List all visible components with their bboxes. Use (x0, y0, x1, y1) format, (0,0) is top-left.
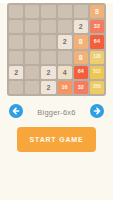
empty-cell-r3c2 (25, 35, 39, 48)
tile-8: 8 (74, 35, 88, 48)
empty-cell-r4c1 (9, 51, 23, 64)
empty-cell-r3c3 (41, 35, 55, 48)
next-mode-button[interactable] (90, 105, 104, 119)
tile-4: 4 (58, 66, 72, 79)
empty-cell-r5c2 (25, 66, 39, 79)
empty-cell-r1c2 (25, 5, 39, 18)
empty-cell-r2c1 (9, 20, 23, 33)
empty-cell-r2c4 (58, 20, 72, 33)
tile-2: 2 (9, 66, 23, 79)
mode-selector: Bigger-6x6 (0, 104, 113, 120)
tile-32: 32 (90, 20, 104, 33)
prev-mode-button[interactable] (9, 105, 23, 119)
empty-cell-r3c1 (9, 35, 23, 48)
empty-cell-r6c2 (25, 81, 39, 94)
empty-cell-r6c1 (9, 81, 23, 94)
arrow-left-circle-icon (9, 104, 23, 121)
arrow-right-circle-icon (90, 104, 104, 121)
empty-cell-r4c3 (41, 51, 55, 64)
mode-title: Bigger-6x6 (37, 108, 75, 117)
tile-8: 8 (90, 5, 104, 18)
tile-2: 2 (41, 81, 55, 94)
tile-512: 512 (90, 66, 104, 79)
empty-cell-r4c4 (58, 51, 72, 64)
tile-256: 256 (90, 81, 104, 94)
tile-8: 8 (74, 51, 88, 64)
empty-cell-r1c4 (58, 5, 72, 18)
tile-64: 64 (90, 35, 104, 48)
tile-128: 128 (90, 51, 104, 64)
empty-cell-r1c5 (74, 5, 88, 18)
start-game-button[interactable]: START GAME (17, 127, 96, 152)
game-board-6x6[interactable]: 8232286481282246451221632256 (7, 3, 106, 96)
tile-32: 32 (74, 81, 88, 94)
empty-cell-r4c2 (25, 51, 39, 64)
empty-cell-r2c2 (25, 20, 39, 33)
empty-cell-r1c1 (9, 5, 23, 18)
tile-16: 16 (58, 81, 72, 94)
tile-64: 64 (74, 66, 88, 79)
empty-cell-r1c3 (41, 5, 55, 18)
tile-2: 2 (58, 35, 72, 48)
tile-2: 2 (74, 20, 88, 33)
tile-2: 2 (41, 66, 55, 79)
app-screen: 8232286481282246451221632256 Bigger-6x6 … (0, 0, 113, 200)
empty-cell-r2c3 (41, 20, 55, 33)
